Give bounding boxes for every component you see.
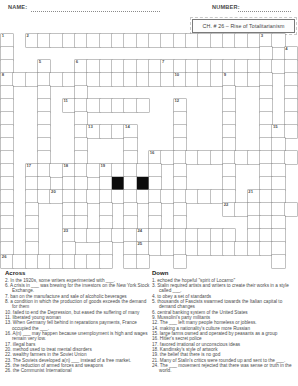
grid-cell[interactable]	[260, 177, 272, 190]
grid-cell[interactable]	[174, 177, 186, 190]
grid-cell[interactable]	[75, 190, 87, 203]
grid-cell[interactable]	[75, 203, 87, 216]
grid-cell[interactable]	[174, 164, 186, 177]
grid-cell[interactable]	[124, 229, 136, 242]
grid-cell[interactable]	[124, 99, 136, 112]
grid-cell[interactable]	[272, 164, 284, 177]
grid-cell[interactable]: 22	[223, 203, 235, 216]
grid-cell[interactable]	[112, 164, 124, 177]
grid-cell[interactable]	[161, 151, 173, 164]
grid-cell[interactable]	[235, 73, 247, 86]
black-cell	[137, 177, 149, 190]
grid-cell[interactable]	[272, 190, 284, 203]
grid-cell[interactable]	[124, 34, 136, 47]
grid-cell[interactable]	[137, 255, 149, 268]
grid-cell[interactable]: 5	[38, 60, 50, 73]
grid-cell[interactable]	[149, 73, 161, 86]
grid-cell[interactable]	[186, 34, 198, 47]
grid-cell[interactable]	[223, 86, 235, 99]
grid-cell[interactable]	[112, 60, 124, 73]
grid-cell[interactable]	[137, 164, 149, 177]
clue-item-text: Many of Stalin's critics were rounded up…	[160, 358, 285, 363]
grid-cell[interactable]	[26, 255, 38, 268]
grid-cell[interactable]	[198, 229, 210, 242]
grid-cell[interactable]	[38, 73, 50, 86]
grid-cell[interactable]: 26	[1, 255, 13, 268]
grid-cell[interactable]: 19	[100, 164, 112, 177]
grid-cell[interactable]	[100, 125, 112, 138]
grid-cell[interactable]	[87, 229, 99, 242]
grid-cell[interactable]	[211, 60, 223, 73]
grid-cell[interactable]	[211, 151, 223, 164]
grid-cell[interactable]	[272, 60, 284, 73]
grid-cell[interactable]	[1, 177, 13, 190]
across-clue-item: 16. A(n) ___ may happen because unemploy…	[5, 331, 151, 342]
grid-cell[interactable]: 12	[174, 99, 186, 112]
grid-cell[interactable]	[1, 203, 13, 216]
grid-cell[interactable]	[260, 203, 272, 216]
grid-cell[interactable]	[124, 151, 136, 164]
grid-cell[interactable]	[38, 112, 50, 125]
grid-cell[interactable]	[149, 203, 161, 216]
grid-cell[interactable]	[198, 190, 210, 203]
grid-cell[interactable]	[38, 138, 50, 151]
grid-cell[interactable]	[112, 229, 124, 242]
grid-cell[interactable]	[161, 73, 173, 86]
clue-number: 5	[39, 60, 41, 65]
grid-cell[interactable]	[13, 255, 25, 268]
grid-cell[interactable]	[38, 34, 50, 47]
grid-cell[interactable]	[1, 47, 13, 60]
grid-cell[interactable]	[285, 203, 297, 216]
grid-cell[interactable]	[100, 99, 112, 112]
clue-number: 26	[2, 255, 7, 260]
grid-cell[interactable]	[260, 190, 272, 203]
across-heading: Across	[5, 270, 151, 276]
grid-cell[interactable]	[75, 138, 87, 151]
clue-item-text: illegal bars	[13, 342, 35, 347]
grid-cell[interactable]	[26, 229, 38, 242]
grid-cell[interactable]	[124, 60, 136, 73]
across-list: 2. In the 1920s, some writers experiment…	[5, 278, 151, 374]
grid-cell[interactable]	[75, 229, 87, 242]
grid-cell[interactable]	[260, 229, 272, 242]
grid-cell[interactable]	[272, 203, 284, 216]
worksheet-title-box: CH. # 26 – Rise of Totalitarianism	[192, 19, 295, 33]
grid-cell[interactable]	[174, 138, 186, 151]
grid-cell[interactable]	[186, 151, 198, 164]
grid-cell[interactable]	[149, 190, 161, 203]
clue-item-text: Hitler's secret police	[160, 336, 202, 341]
grid-cell[interactable]	[112, 190, 124, 203]
grid-cell[interactable]	[137, 34, 149, 47]
grid-cell[interactable]	[100, 255, 112, 268]
grid-cell[interactable]: 8	[1, 73, 13, 86]
grid-cell[interactable]: 21	[248, 190, 260, 203]
name-input-line[interactable]	[31, 3, 160, 12]
grid-cell[interactable]	[285, 112, 297, 125]
grid-cell[interactable]	[223, 151, 235, 164]
grid-cell[interactable]	[75, 73, 87, 86]
grid-cell[interactable]	[272, 229, 284, 242]
grid-cell[interactable]	[149, 242, 161, 255]
grid-cell[interactable]	[198, 60, 210, 73]
grid-cell[interactable]	[1, 151, 13, 164]
grid-cell[interactable]	[100, 34, 112, 47]
grid-cell[interactable]	[63, 34, 75, 47]
clue-number: 11	[63, 99, 67, 104]
grid-cell[interactable]	[260, 164, 272, 177]
grid-cell[interactable]	[285, 60, 297, 73]
grid-cell[interactable]	[235, 34, 247, 47]
grid-cell[interactable]	[198, 151, 210, 164]
grid-cell[interactable]	[63, 255, 75, 268]
clue-number: 22	[224, 203, 229, 208]
grid-cell[interactable]	[124, 138, 136, 151]
grid-cell[interactable]	[186, 229, 198, 242]
grid-cell[interactable]: 9	[223, 73, 235, 86]
grid-cell[interactable]	[87, 99, 99, 112]
grid-cell[interactable]	[50, 255, 62, 268]
grid-cell[interactable]	[235, 203, 247, 216]
grid-cell[interactable]	[112, 34, 124, 47]
grid-cell[interactable]	[272, 216, 284, 229]
grid-cell[interactable]	[137, 73, 149, 86]
grid-cell[interactable]	[248, 73, 260, 86]
grid-cell[interactable]	[38, 177, 50, 190]
grid-cell[interactable]	[235, 151, 247, 164]
grid-cell[interactable]	[248, 216, 260, 229]
grid-cell[interactable]	[124, 73, 136, 86]
clue-item-text: ban on the manufacture and sale of alcoh…	[10, 294, 127, 299]
grid-cell[interactable]	[112, 99, 124, 112]
grid-cell[interactable]	[75, 177, 87, 190]
grid-cell[interactable]	[186, 242, 198, 255]
grid-cell[interactable]	[87, 60, 99, 73]
grid-cell[interactable]	[174, 255, 186, 268]
grid-cell[interactable]	[124, 255, 136, 268]
grid-cell[interactable]	[186, 73, 198, 86]
grid-cell[interactable]	[198, 73, 210, 86]
clue-item-text: central banking system of the United Sta…	[157, 310, 247, 315]
grid-cell[interactable]	[211, 73, 223, 86]
grid-cell[interactable]	[248, 229, 260, 242]
grid-cell[interactable]	[38, 164, 50, 177]
grid-cell[interactable]	[260, 125, 272, 138]
grid-cell[interactable]	[174, 229, 186, 242]
grid-cell[interactable]	[124, 242, 136, 255]
grid-cell[interactable]	[149, 177, 161, 190]
grid-cell[interactable]	[13, 73, 25, 86]
grid-cell[interactable]	[100, 60, 112, 73]
grid-cell[interactable]: 3	[260, 34, 272, 47]
grid-cell[interactable]	[285, 125, 297, 138]
grid-cell[interactable]	[272, 177, 284, 190]
grid-cell[interactable]	[87, 34, 99, 47]
grid-cell[interactable]	[100, 229, 112, 242]
grid-cell[interactable]: 6	[75, 60, 87, 73]
grid-cell[interactable]	[63, 177, 75, 190]
grid-cell[interactable]	[87, 255, 99, 268]
clue-number: 8	[2, 73, 4, 78]
grid-cell[interactable]	[248, 34, 260, 47]
across-clue-item: 8. a condition in which the production o…	[5, 299, 151, 310]
grid-cell[interactable]	[260, 242, 272, 255]
grid-cell[interactable]	[161, 190, 173, 203]
crossword-grid: 1234567810911121314151617181920212223242…	[1, 34, 297, 268]
number-input-line[interactable]	[238, 3, 291, 12]
grid-cell[interactable]	[124, 190, 136, 203]
grid-cell[interactable]	[161, 242, 173, 255]
grid-cell[interactable]	[223, 164, 235, 177]
grid-cell[interactable]	[161, 34, 173, 47]
grid-cell[interactable]	[75, 99, 87, 112]
grid-cell[interactable]	[87, 73, 99, 86]
grid-cell[interactable]	[272, 34, 284, 47]
grid-cell[interactable]	[161, 229, 173, 242]
grid-cell[interactable]	[100, 242, 112, 255]
grid-cell[interactable]	[235, 60, 247, 73]
grid-cell[interactable]	[272, 151, 284, 164]
grid-cell[interactable]	[137, 190, 149, 203]
grid-cell[interactable]	[1, 86, 13, 99]
grid-cell[interactable]	[211, 190, 223, 203]
clue-number: 2	[26, 34, 28, 39]
grid-cell[interactable]	[38, 86, 50, 99]
grid-cell[interactable]	[272, 255, 284, 268]
grid-cell[interactable]	[75, 216, 87, 229]
grid-cell[interactable]	[26, 216, 38, 229]
clue-item-text: In the 1920s, some writers experimented …	[10, 278, 115, 283]
grid-cell[interactable]	[87, 164, 99, 177]
clue-item-text: Kandinsky's style of artwork	[160, 347, 218, 352]
down-clue-item: 3. Stalin required artists and writers t…	[152, 283, 294, 294]
grid-cell[interactable]: 23	[63, 229, 75, 242]
grid-cell[interactable]	[211, 34, 223, 47]
grid-cell[interactable]	[198, 242, 210, 255]
grid-cell[interactable]	[260, 112, 272, 125]
grid-cell[interactable]	[63, 242, 75, 255]
grid-cell[interactable]	[223, 34, 235, 47]
grid-cell[interactable]	[260, 86, 272, 99]
clue-item-text: A(n) ___ may happen because unemployment…	[12, 331, 148, 341]
grid-cell[interactable]	[198, 34, 210, 47]
grid-cell[interactable]	[260, 138, 272, 151]
grid-cell[interactable]	[272, 138, 284, 151]
clue-item-number: 19.	[152, 352, 160, 357]
grid-cell[interactable]: 20	[50, 190, 62, 203]
grid-cell[interactable]	[223, 242, 235, 255]
grid-cell[interactable]	[26, 242, 38, 255]
grid-cell[interactable]	[260, 151, 272, 164]
grid-cell[interactable]	[223, 138, 235, 151]
grid-cell[interactable]	[223, 125, 235, 138]
grid-cell[interactable]	[174, 151, 186, 164]
grid-cell[interactable]	[75, 86, 87, 99]
grid-cell[interactable]	[26, 177, 38, 190]
clue-number: 7	[162, 60, 164, 65]
grid-cell[interactable]	[260, 60, 272, 73]
grid-cell[interactable]: 18	[63, 164, 75, 177]
grid-cell[interactable]: 13	[87, 125, 99, 138]
clue-item-number: 26.	[5, 368, 13, 373]
grid-cell[interactable]	[50, 34, 62, 47]
grid-cell[interactable]	[100, 73, 112, 86]
black-cell	[112, 177, 124, 190]
grid-cell[interactable]	[124, 203, 136, 216]
grid-cell[interactable]	[174, 125, 186, 138]
grid-cell[interactable]	[149, 164, 161, 177]
grid-cell[interactable]	[75, 34, 87, 47]
grid-cell[interactable]	[1, 125, 13, 138]
clue-item-text: liberated young woman	[12, 315, 60, 320]
grid-cell[interactable]	[174, 242, 186, 255]
clue-item-text: echoed the hopeful "spirit of Locarno"	[157, 278, 235, 283]
grid-cell[interactable]	[1, 216, 13, 229]
grid-cell[interactable]	[260, 73, 272, 86]
grid-cell[interactable]	[50, 73, 62, 86]
grid-cell[interactable]	[149, 229, 161, 242]
grid-cell[interactable]	[50, 164, 62, 177]
clue-item-number: 12.	[152, 320, 160, 325]
grid-cell[interactable]	[63, 190, 75, 203]
grid-cell[interactable]	[26, 203, 38, 216]
grid-cell[interactable]	[26, 73, 38, 86]
grid-cell[interactable]	[285, 73, 297, 86]
grid-cell[interactable]	[112, 73, 124, 86]
grid-cell[interactable]: 11	[63, 99, 75, 112]
grid-cell[interactable]	[75, 164, 87, 177]
grid-cell[interactable]	[248, 242, 260, 255]
grid-cell[interactable]	[1, 229, 13, 242]
grid-cell[interactable]	[75, 151, 87, 164]
grid-cell[interactable]	[260, 99, 272, 112]
grid-cell[interactable]: 4	[285, 47, 297, 60]
grid-cell[interactable]: 1	[1, 34, 13, 47]
grid-cell[interactable]	[75, 112, 87, 125]
grid-cell[interactable]	[137, 99, 149, 112]
grid-cell[interactable]	[223, 229, 235, 242]
grid-cell[interactable]	[63, 203, 75, 216]
grid-cell[interactable]: 10	[174, 73, 186, 86]
clue-item-text: The ___ left many people homeless or job…	[160, 320, 257, 325]
grid-cell[interactable]	[124, 216, 136, 229]
grid-cell[interactable]	[38, 151, 50, 164]
grid-cell[interactable]	[211, 242, 223, 255]
grid-cell[interactable]	[285, 99, 297, 112]
grid-cell[interactable]	[1, 99, 13, 112]
grid-cell[interactable]	[1, 164, 13, 177]
clue-number: 25	[137, 242, 142, 247]
grid-cell[interactable]	[87, 190, 99, 203]
grid-cell[interactable]	[100, 203, 112, 216]
grid-cell[interactable]: 14	[124, 125, 136, 138]
clue-item-text: to obey a set of standards	[157, 294, 211, 299]
grid-cell[interactable]	[211, 229, 223, 242]
grid-cell[interactable]	[38, 190, 50, 203]
grid-cell[interactable]	[285, 86, 297, 99]
down-list: 1. echoed the hopeful "spirit of Locarno…	[152, 278, 294, 374]
grid-cell[interactable]	[1, 190, 13, 203]
clue-number: 1	[2, 34, 4, 39]
clue-item-number: 24.	[152, 363, 160, 368]
grid-cell[interactable]: 2	[26, 34, 38, 47]
grid-cell[interactable]	[149, 216, 161, 229]
clue-number: 12	[174, 99, 179, 104]
grid-cell[interactable]	[137, 60, 149, 73]
grid-cell[interactable]	[174, 34, 186, 47]
grid-cell[interactable]	[1, 138, 13, 151]
clue-item-number: 22.	[5, 352, 13, 357]
clue-item-text: failed to end the Depression, but eased …	[13, 310, 140, 315]
grid-cell[interactable]	[223, 177, 235, 190]
grid-cell[interactable]	[285, 151, 297, 164]
clue-item-text: making a nationality's culture more Russ…	[160, 326, 250, 331]
grid-cell[interactable]	[1, 112, 13, 125]
grid-cell[interactable]	[38, 99, 50, 112]
grid-cell[interactable]	[63, 73, 75, 86]
grid-cell[interactable]	[124, 177, 136, 190]
grid-cell[interactable]	[124, 164, 136, 177]
clue-number: 13	[88, 125, 93, 130]
grid-cell[interactable]	[75, 125, 87, 138]
grid-cell[interactable]	[174, 112, 186, 125]
grid-cell[interactable]	[174, 216, 186, 229]
grid-cell[interactable]	[112, 125, 124, 138]
grid-cell[interactable]	[149, 34, 161, 47]
grid-cell[interactable]	[186, 190, 198, 203]
clue-item-text: a condition in which the production of g…	[10, 299, 146, 309]
grid-cell[interactable]	[174, 190, 186, 203]
down-heading: Down	[152, 270, 294, 276]
grid-cell[interactable]	[235, 242, 247, 255]
worksheet-title: CH. # 26 – Rise of Totalitarianism	[203, 23, 285, 29]
grid-cell[interactable]	[100, 190, 112, 203]
clue-item-number: 15.	[152, 331, 160, 336]
grid-cell[interactable]: 16	[149, 151, 161, 164]
grid-cell[interactable]	[223, 112, 235, 125]
grid-cell[interactable]	[75, 255, 87, 268]
grid-cell[interactable]	[260, 216, 272, 229]
clue-item-text: the belief that there is no god	[160, 352, 220, 357]
grid-cell[interactable]: 17	[26, 164, 38, 177]
grid-cell[interactable]	[38, 255, 50, 268]
grid-cell[interactable]: 7	[161, 60, 173, 73]
grid-cell[interactable]	[260, 47, 272, 60]
grid-cell[interactable]	[100, 177, 112, 190]
grid-cell[interactable]	[223, 99, 235, 112]
clue-item-text: wealthy farmers in the Soviet Union	[13, 352, 87, 357]
grid-cell[interactable]	[186, 60, 198, 73]
grid-cell[interactable]: 15	[272, 125, 284, 138]
grid-cell[interactable]	[149, 60, 161, 73]
grid-cell[interactable]	[248, 60, 260, 73]
grid-cell[interactable]	[248, 203, 260, 216]
clue-item-text: method used to treat mental disorders	[13, 347, 92, 352]
clue-item-number: 17.	[5, 342, 13, 347]
clue-number: 19	[100, 164, 105, 169]
grid-cell[interactable]	[272, 242, 284, 255]
clue-number: 23	[63, 229, 68, 234]
grid-cell[interactable]	[174, 203, 186, 216]
grid-cell[interactable]	[38, 125, 50, 138]
clue-item-number: 16.	[5, 331, 13, 336]
grid-cell[interactable]	[100, 216, 112, 229]
grid-cell[interactable]	[248, 151, 260, 164]
grid-cell[interactable]	[26, 190, 38, 203]
grid-cell[interactable]: 25	[137, 242, 149, 255]
clue-item-number: 10.	[5, 310, 13, 315]
